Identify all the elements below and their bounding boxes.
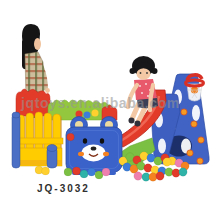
product-photo: jqtoys.en.alibaba.com JQ-3032 <box>0 0 220 220</box>
bear-face-panel <box>66 117 122 176</box>
watermark-text: jqtoys.en.alibaba.com <box>21 95 220 111</box>
bear-eye <box>83 138 87 144</box>
fence-post <box>12 114 20 168</box>
product-code: JQ-3032 <box>37 183 90 194</box>
ball-pit-fence <box>12 112 63 168</box>
adult-face <box>34 38 41 50</box>
child-face <box>137 68 151 80</box>
bear-eye <box>100 138 104 144</box>
bear-nose <box>91 147 97 151</box>
